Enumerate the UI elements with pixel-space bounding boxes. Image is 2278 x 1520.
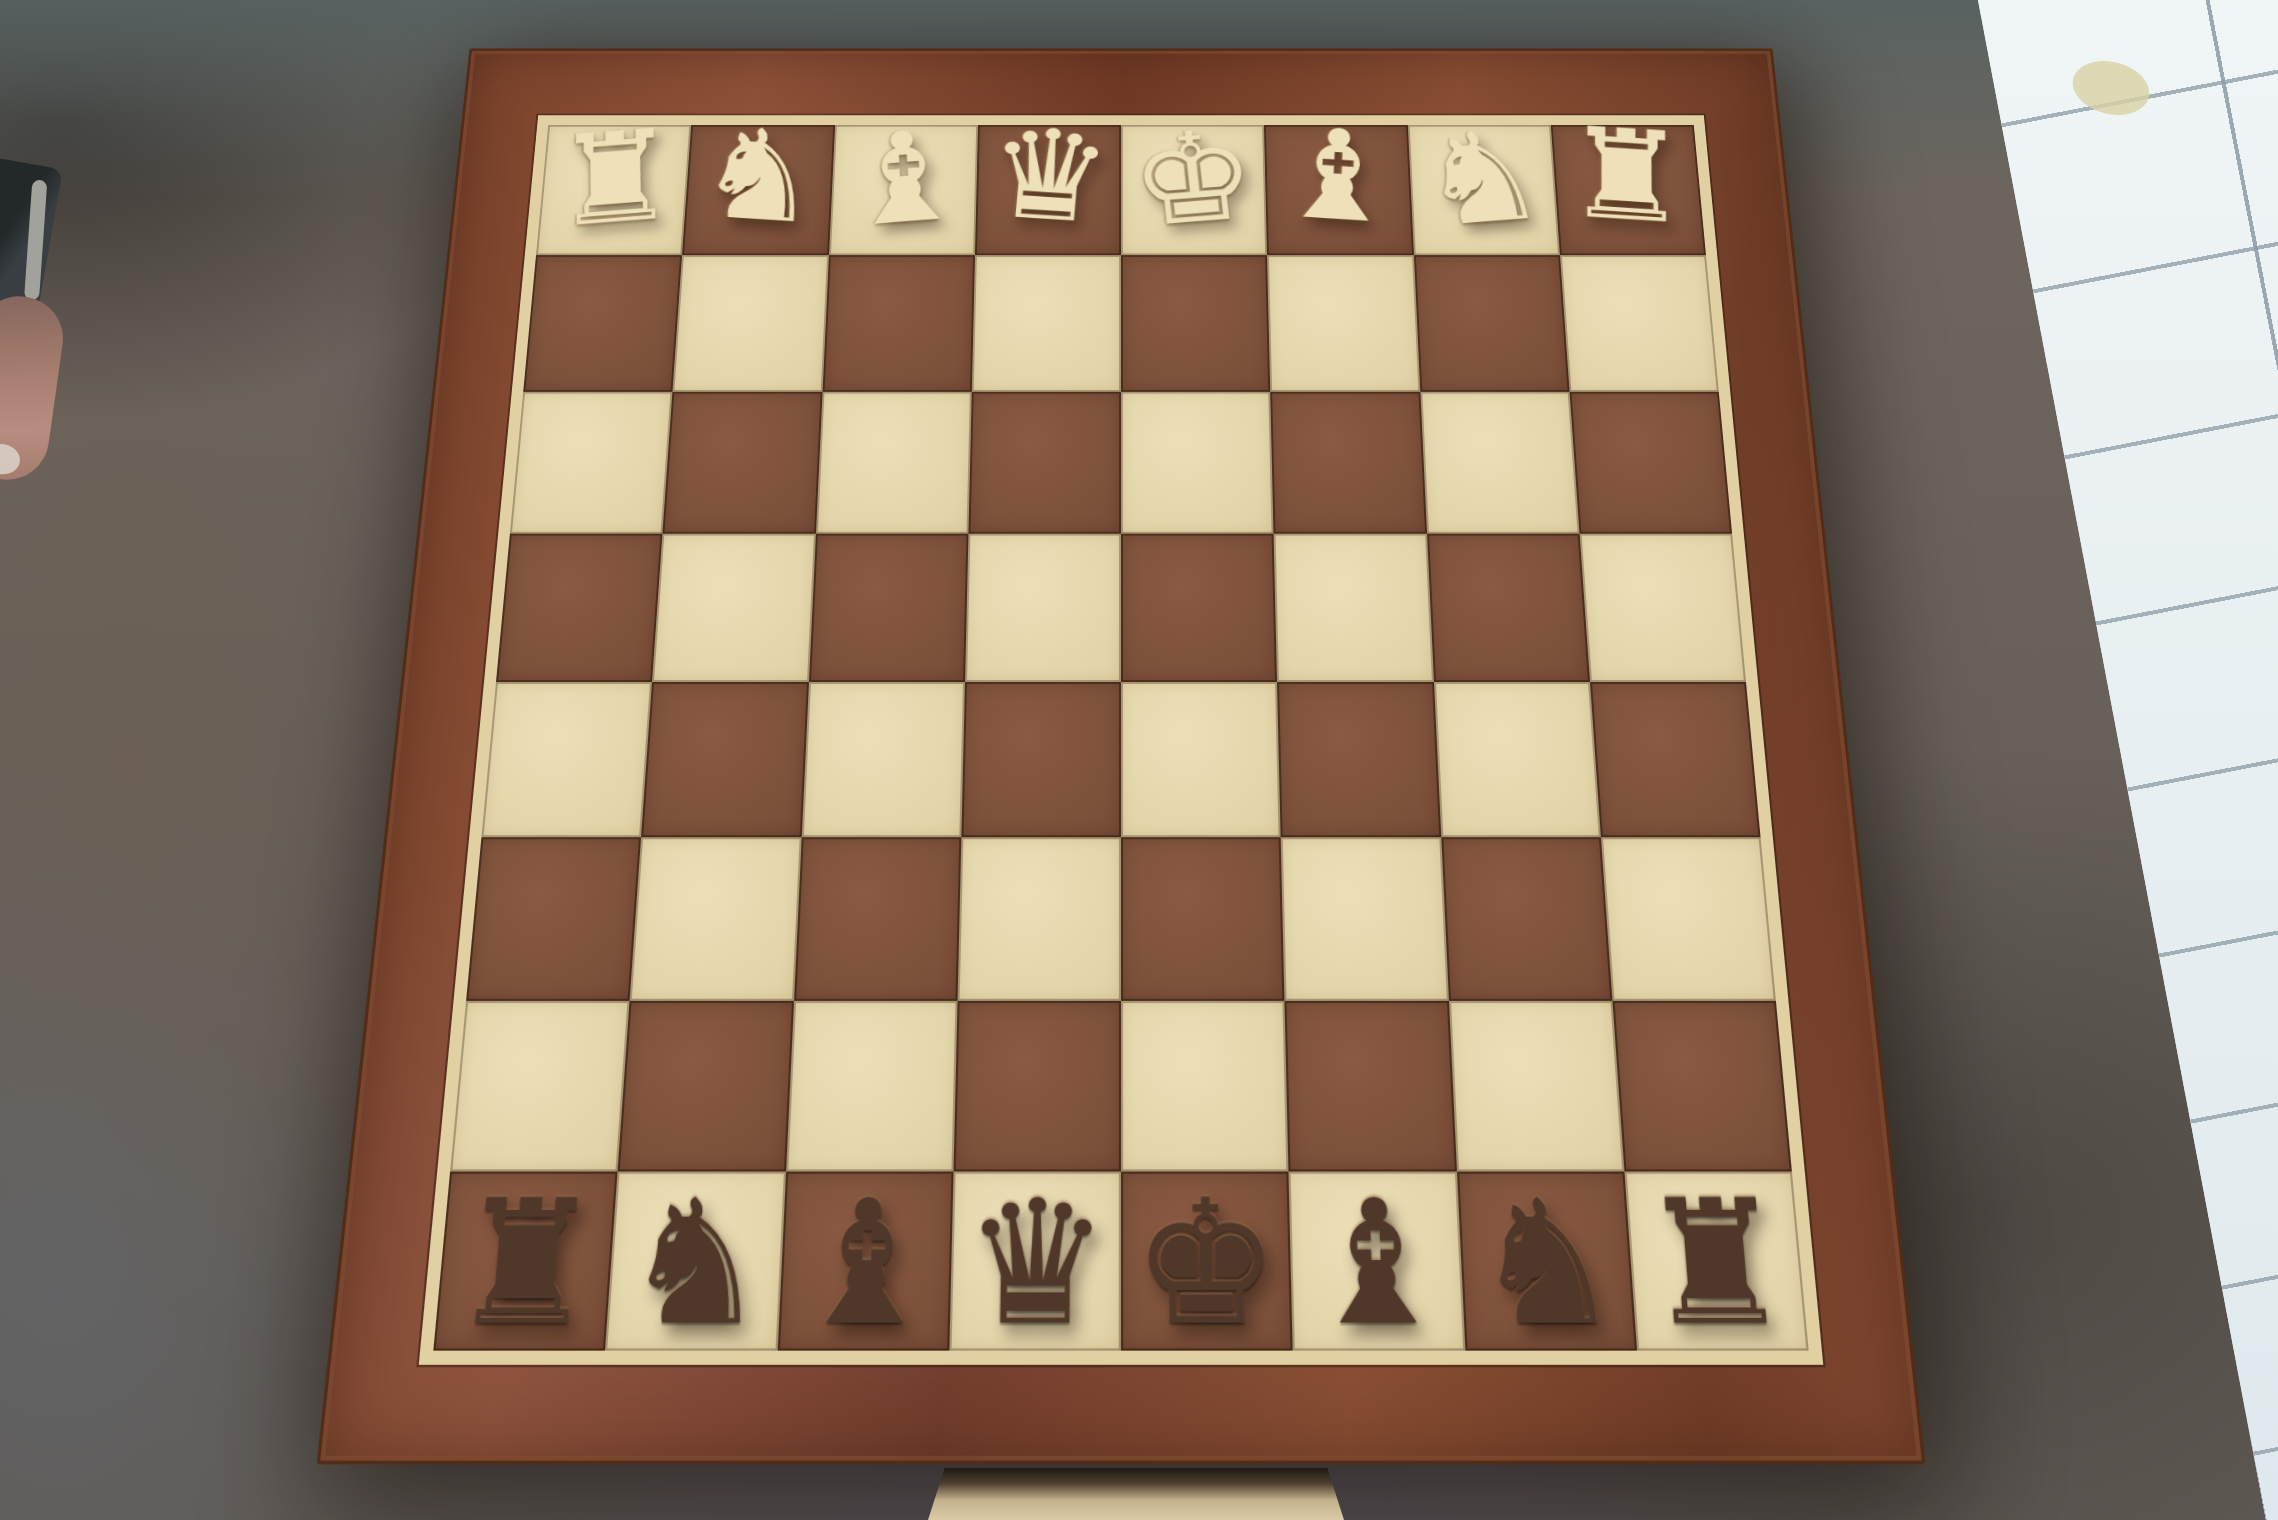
piece-white-knight-b1[interactable]: ♞: [1411, 112, 1554, 246]
piece-black-bishop-c8[interactable]: ♝: [1301, 1177, 1453, 1349]
square-h7[interactable]: [450, 1000, 630, 1171]
square-g7[interactable]: [618, 1000, 794, 1171]
square-f1[interactable]: ♝: [829, 125, 978, 255]
fingernail: [0, 442, 22, 477]
square-b3[interactable]: [1420, 391, 1579, 533]
piece-black-knight-g8[interactable]: ♞: [617, 1177, 773, 1349]
square-a6[interactable]: [1601, 837, 1776, 1000]
square-a1[interactable]: ♜: [1551, 125, 1706, 255]
piece-black-rook-h8[interactable]: ♜: [445, 1177, 605, 1349]
square-c1[interactable]: ♝: [1264, 125, 1413, 255]
square-f8[interactable]: ♝: [777, 1171, 953, 1350]
board-frame: ♜♞♝♛♚♝♞♜♜♞♝♛♚♝♞♜: [316, 48, 1925, 1464]
piece-black-knight-b8[interactable]: ♞: [1468, 1177, 1624, 1349]
square-g5[interactable]: [641, 682, 808, 837]
square-a8[interactable]: ♜: [1624, 1171, 1809, 1350]
square-g6[interactable]: [630, 837, 801, 1000]
square-d4[interactable]: [1121, 533, 1277, 682]
square-d1[interactable]: ♚: [1121, 125, 1267, 255]
square-f6[interactable]: [794, 837, 962, 1000]
board-stand: [928, 1468, 1344, 1520]
piece-black-queen-e8[interactable]: ♛: [961, 1177, 1109, 1349]
square-g3[interactable]: [663, 391, 822, 533]
square-a7[interactable]: [1612, 1000, 1792, 1171]
square-h3[interactable]: [510, 391, 673, 533]
square-c5[interactable]: [1277, 682, 1441, 837]
square-b2[interactable]: [1413, 255, 1569, 391]
square-e5[interactable]: [961, 682, 1121, 837]
square-h5[interactable]: [481, 682, 652, 837]
piece-black-rook-a8[interactable]: ♜: [1636, 1177, 1796, 1349]
square-e3[interactable]: [968, 391, 1121, 533]
square-e2[interactable]: [972, 255, 1121, 391]
piece-black-bishop-f8[interactable]: ♝: [789, 1177, 941, 1349]
square-b8[interactable]: ♞: [1456, 1171, 1636, 1350]
square-d8[interactable]: ♚: [1121, 1171, 1293, 1350]
square-d2[interactable]: [1121, 255, 1270, 391]
photo-scene: ♜♞♝♛♚♝♞♜♜♞♝♛♚♝♞♜: [0, 0, 2278, 1520]
square-b1[interactable]: ♞: [1407, 125, 1559, 255]
piece-black-king-d8[interactable]: ♚: [1133, 1177, 1281, 1349]
square-h2[interactable]: [523, 255, 682, 391]
square-d6[interactable]: [1121, 837, 1285, 1000]
piece-white-knight-g1[interactable]: ♞: [689, 110, 829, 242]
square-e8[interactable]: ♛: [949, 1171, 1121, 1350]
square-g1[interactable]: ♞: [682, 125, 834, 255]
square-c4[interactable]: [1274, 533, 1434, 682]
square-g2[interactable]: [673, 255, 829, 391]
square-c3[interactable]: [1270, 391, 1426, 533]
board-grid: ♜♞♝♛♚♝♞♜♜♞♝♛♚♝♞♜: [433, 125, 1808, 1351]
square-g4[interactable]: [652, 533, 815, 682]
square-f2[interactable]: [822, 255, 975, 391]
square-a2[interactable]: [1560, 255, 1719, 391]
square-c2[interactable]: [1267, 255, 1420, 391]
square-d5[interactable]: [1121, 682, 1281, 837]
square-h1[interactable]: ♜: [536, 125, 691, 255]
square-d3[interactable]: [1121, 391, 1274, 533]
square-h4[interactable]: [496, 533, 663, 682]
square-d7[interactable]: [1121, 1000, 1289, 1171]
square-a3[interactable]: [1569, 391, 1732, 533]
square-f4[interactable]: [809, 533, 969, 682]
piece-white-bishop-f1[interactable]: ♝: [839, 112, 971, 246]
square-e7[interactable]: [953, 1000, 1121, 1171]
square-f5[interactable]: [801, 682, 965, 837]
board-border-line: ♜♞♝♛♚♝♞♜♜♞♝♛♚♝♞♜: [419, 115, 1824, 1365]
square-b6[interactable]: [1441, 837, 1612, 1000]
square-b4[interactable]: [1427, 533, 1590, 682]
square-b7[interactable]: [1448, 1000, 1624, 1171]
square-b5[interactable]: [1434, 682, 1601, 837]
piece-white-king-d1[interactable]: ♚: [1125, 112, 1262, 246]
square-g8[interactable]: ♞: [605, 1171, 785, 1350]
square-c6[interactable]: [1281, 837, 1449, 1000]
square-c8[interactable]: ♝: [1289, 1171, 1465, 1350]
square-h6[interactable]: [466, 837, 641, 1000]
square-f7[interactable]: [786, 1000, 958, 1171]
chessboard: ♜♞♝♛♚♝♞♜♜♞♝♛♚♝♞♜: [316, 48, 1925, 1464]
square-c7[interactable]: [1285, 1000, 1457, 1171]
piece-white-queen-e1[interactable]: ♛: [981, 110, 1116, 242]
square-a4[interactable]: [1579, 533, 1746, 682]
square-e1[interactable]: ♛: [975, 125, 1121, 255]
piece-white-rook-h1[interactable]: ♜: [553, 112, 680, 246]
square-e6[interactable]: [957, 837, 1121, 1000]
piece-white-bishop-c1[interactable]: ♝: [1272, 110, 1402, 242]
square-f3[interactable]: [815, 391, 971, 533]
square-h8[interactable]: ♜: [433, 1171, 618, 1350]
square-a5[interactable]: [1590, 682, 1761, 837]
square-e4[interactable]: [965, 533, 1121, 682]
piece-white-rook-a1[interactable]: ♜: [1564, 110, 1690, 242]
